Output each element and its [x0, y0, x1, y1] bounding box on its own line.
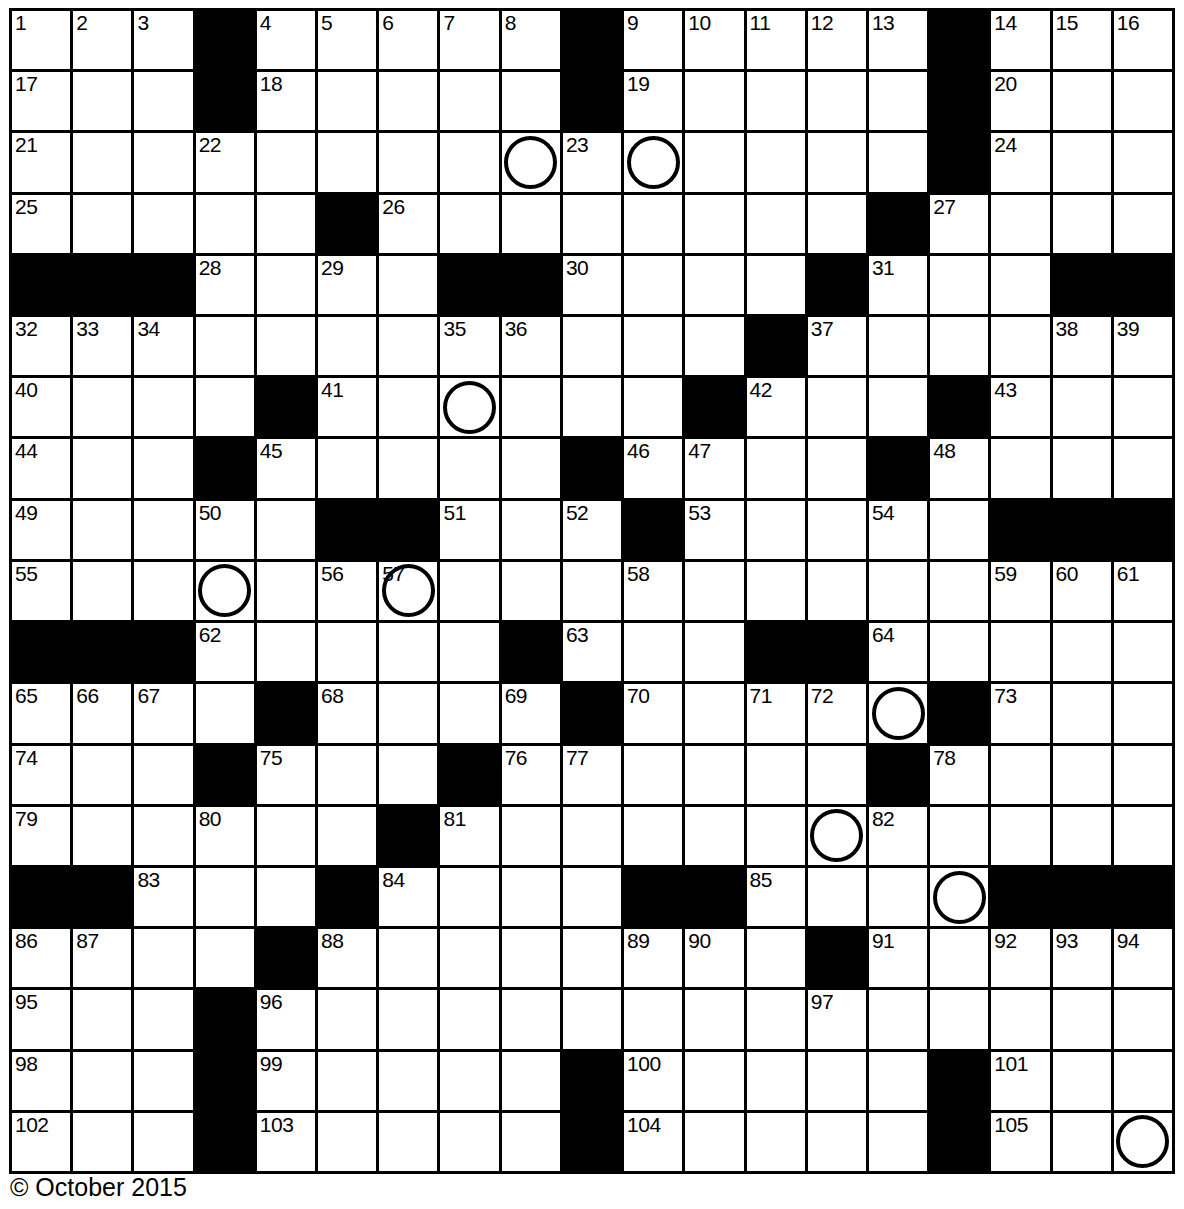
cell-r19-c17[interactable]: 105: [991, 1113, 1049, 1171]
cell-r19-c2[interactable]: [73, 1113, 131, 1171]
cell-r18-c17[interactable]: 101: [991, 1052, 1049, 1110]
cell-r17-c16[interactable]: [930, 990, 988, 1048]
cell-r16-c6[interactable]: 88: [318, 929, 376, 987]
cell-r12-c9[interactable]: 69: [502, 684, 560, 742]
cell-r19-c9[interactable]: [502, 1113, 560, 1171]
cell-r7-c11[interactable]: [624, 378, 682, 436]
cell-r9-c9[interactable]: [502, 501, 560, 559]
cell-r2-c11[interactable]: 19: [624, 72, 682, 130]
cell-r16-c7[interactable]: [379, 929, 437, 987]
cell-r7-c8[interactable]: [440, 378, 498, 436]
cell-r3-c2[interactable]: [73, 133, 131, 191]
cell-r14-c13[interactable]: [747, 807, 805, 865]
cell-r10-c18[interactable]: 60: [1053, 562, 1111, 620]
cell-r16-c11[interactable]: 89: [624, 929, 682, 987]
cell-r1-c19[interactable]: 16: [1114, 11, 1172, 69]
cell-r1-c1[interactable]: 1: [12, 11, 70, 69]
cell-r4-c7[interactable]: 26: [379, 195, 437, 253]
cell-r15-c14[interactable]: [808, 868, 866, 926]
cell-r15-c8[interactable]: [440, 868, 498, 926]
cell-r16-c15[interactable]: 91: [869, 929, 927, 987]
cell-r16-c13[interactable]: [747, 929, 805, 987]
cell-r16-c4[interactable]: [196, 929, 254, 987]
cell-r4-c16[interactable]: 27: [930, 195, 988, 253]
cell-r1-c7[interactable]: 6: [379, 11, 437, 69]
cell-r9-c5[interactable]: [257, 501, 315, 559]
cell-r1-c11[interactable]: 9: [624, 11, 682, 69]
cell-r10-c2[interactable]: [73, 562, 131, 620]
cell-r3-c18[interactable]: [1053, 133, 1111, 191]
cell-r18-c14[interactable]: [808, 1052, 866, 1110]
cell-r5-c16[interactable]: [930, 256, 988, 314]
cell-r11-c19[interactable]: [1114, 623, 1172, 681]
cell-r1-c17[interactable]: 14: [991, 11, 1049, 69]
cell-r6-c16[interactable]: [930, 317, 988, 375]
cell-r18-c3[interactable]: [134, 1052, 192, 1110]
cell-r12-c13[interactable]: 71: [747, 684, 805, 742]
cell-r3-c19[interactable]: [1114, 133, 1172, 191]
cell-r7-c14[interactable]: [808, 378, 866, 436]
cell-r10-c13[interactable]: [747, 562, 805, 620]
cell-r7-c10[interactable]: [563, 378, 621, 436]
cell-r14-c17[interactable]: [991, 807, 1049, 865]
cell-r13-c12[interactable]: [685, 746, 743, 804]
cell-r3-c7[interactable]: [379, 133, 437, 191]
cell-r16-c2[interactable]: 87: [73, 929, 131, 987]
cell-r18-c18[interactable]: [1053, 1052, 1111, 1110]
cell-r10-c16[interactable]: [930, 562, 988, 620]
cell-r19-c6[interactable]: [318, 1113, 376, 1171]
cell-r6-c19[interactable]: 39: [1114, 317, 1172, 375]
cell-r18-c13[interactable]: [747, 1052, 805, 1110]
cell-r17-c19[interactable]: [1114, 990, 1172, 1048]
cell-r3-c12[interactable]: [685, 133, 743, 191]
cell-r10-c4[interactable]: [196, 562, 254, 620]
cell-r2-c12[interactable]: [685, 72, 743, 130]
cell-r16-c10[interactable]: [563, 929, 621, 987]
cell-r17-c7[interactable]: [379, 990, 437, 1048]
cell-r10-c5[interactable]: [257, 562, 315, 620]
cell-r11-c12[interactable]: [685, 623, 743, 681]
cell-r12-c17[interactable]: 73: [991, 684, 1049, 742]
cell-r13-c5[interactable]: 75: [257, 746, 315, 804]
cell-r13-c19[interactable]: [1114, 746, 1172, 804]
cell-r3-c15[interactable]: [869, 133, 927, 191]
cell-r19-c15[interactable]: [869, 1113, 927, 1171]
cell-r10-c8[interactable]: [440, 562, 498, 620]
cell-r2-c5[interactable]: 18: [257, 72, 315, 130]
cell-r11-c8[interactable]: [440, 623, 498, 681]
cell-r17-c17[interactable]: [991, 990, 1049, 1048]
cell-r11-c7[interactable]: [379, 623, 437, 681]
cell-r14-c2[interactable]: [73, 807, 131, 865]
cell-r18-c11[interactable]: 100: [624, 1052, 682, 1110]
cell-r1-c5[interactable]: 4: [257, 11, 315, 69]
cell-r6-c3[interactable]: 34: [134, 317, 192, 375]
cell-r3-c1[interactable]: 21: [12, 133, 70, 191]
cell-r13-c7[interactable]: [379, 746, 437, 804]
cell-r16-c1[interactable]: 86: [12, 929, 70, 987]
cell-r11-c5[interactable]: [257, 623, 315, 681]
cell-r3-c10[interactable]: 23: [563, 133, 621, 191]
cell-r17-c5[interactable]: 96: [257, 990, 315, 1048]
cell-r16-c3[interactable]: [134, 929, 192, 987]
cell-r13-c14[interactable]: [808, 746, 866, 804]
cell-r12-c14[interactable]: 72: [808, 684, 866, 742]
cell-r17-c6[interactable]: [318, 990, 376, 1048]
cell-r19-c12[interactable]: [685, 1113, 743, 1171]
cell-r2-c15[interactable]: [869, 72, 927, 130]
cell-r1-c15[interactable]: 13: [869, 11, 927, 69]
cell-r16-c16[interactable]: [930, 929, 988, 987]
cell-r4-c2[interactable]: [73, 195, 131, 253]
cell-r9-c14[interactable]: [808, 501, 866, 559]
cell-r14-c4[interactable]: 80: [196, 807, 254, 865]
cell-r3-c17[interactable]: 24: [991, 133, 1049, 191]
cell-r10-c9[interactable]: [502, 562, 560, 620]
cell-r4-c8[interactable]: [440, 195, 498, 253]
cell-r14-c3[interactable]: [134, 807, 192, 865]
cell-r7-c18[interactable]: [1053, 378, 1111, 436]
cell-r14-c1[interactable]: 79: [12, 807, 70, 865]
cell-r5-c7[interactable]: [379, 256, 437, 314]
cell-r2-c17[interactable]: 20: [991, 72, 1049, 130]
cell-r10-c10[interactable]: [563, 562, 621, 620]
cell-r12-c18[interactable]: [1053, 684, 1111, 742]
cell-r9-c1[interactable]: 49: [12, 501, 70, 559]
cell-r4-c19[interactable]: [1114, 195, 1172, 253]
cell-r16-c8[interactable]: [440, 929, 498, 987]
cell-r10-c6[interactable]: 56: [318, 562, 376, 620]
cell-r13-c13[interactable]: [747, 746, 805, 804]
cell-r2-c19[interactable]: [1114, 72, 1172, 130]
cell-r8-c16[interactable]: 48: [930, 439, 988, 497]
cell-r13-c18[interactable]: [1053, 746, 1111, 804]
cell-r3-c5[interactable]: [257, 133, 315, 191]
cell-r12-c1[interactable]: 65: [12, 684, 70, 742]
cell-r16-c12[interactable]: 90: [685, 929, 743, 987]
cell-r11-c11[interactable]: [624, 623, 682, 681]
cell-r5-c6[interactable]: 29: [318, 256, 376, 314]
cell-r6-c5[interactable]: [257, 317, 315, 375]
cell-r8-c14[interactable]: [808, 439, 866, 497]
cell-r7-c2[interactable]: [73, 378, 131, 436]
cell-r13-c3[interactable]: [134, 746, 192, 804]
cell-r11-c10[interactable]: 63: [563, 623, 621, 681]
cell-r10-c19[interactable]: 61: [1114, 562, 1172, 620]
cell-r5-c13[interactable]: [747, 256, 805, 314]
cell-r8-c13[interactable]: [747, 439, 805, 497]
cell-r15-c9[interactable]: [502, 868, 560, 926]
cell-r4-c12[interactable]: [685, 195, 743, 253]
cell-r19-c18[interactable]: [1053, 1113, 1111, 1171]
cell-r5-c17[interactable]: [991, 256, 1049, 314]
cell-r15-c16[interactable]: [930, 868, 988, 926]
cell-r13-c6[interactable]: [318, 746, 376, 804]
cell-r7-c9[interactable]: [502, 378, 560, 436]
cell-r17-c8[interactable]: [440, 990, 498, 1048]
cell-r11-c16[interactable]: [930, 623, 988, 681]
cell-r10-c17[interactable]: 59: [991, 562, 1049, 620]
cell-r4-c3[interactable]: [134, 195, 192, 253]
cell-r9-c13[interactable]: [747, 501, 805, 559]
cell-r7-c1[interactable]: 40: [12, 378, 70, 436]
cell-r6-c14[interactable]: 37: [808, 317, 866, 375]
cell-r18-c15[interactable]: [869, 1052, 927, 1110]
cell-r7-c13[interactable]: 42: [747, 378, 805, 436]
cell-r19-c1[interactable]: 102: [12, 1113, 70, 1171]
cell-r11-c6[interactable]: [318, 623, 376, 681]
cell-r14-c16[interactable]: [930, 807, 988, 865]
cell-r8-c7[interactable]: [379, 439, 437, 497]
cell-r19-c8[interactable]: [440, 1113, 498, 1171]
cell-r4-c14[interactable]: [808, 195, 866, 253]
cell-r17-c12[interactable]: [685, 990, 743, 1048]
cell-r13-c17[interactable]: [991, 746, 1049, 804]
cell-r2-c7[interactable]: [379, 72, 437, 130]
cell-r8-c5[interactable]: 45: [257, 439, 315, 497]
cell-r4-c17[interactable]: [991, 195, 1049, 253]
cell-r9-c15[interactable]: 54: [869, 501, 927, 559]
cell-r3-c3[interactable]: [134, 133, 192, 191]
cell-r7-c4[interactable]: [196, 378, 254, 436]
cell-r4-c9[interactable]: [502, 195, 560, 253]
cell-r9-c2[interactable]: [73, 501, 131, 559]
cell-r9-c8[interactable]: 51: [440, 501, 498, 559]
cell-r6-c6[interactable]: [318, 317, 376, 375]
cell-r7-c19[interactable]: [1114, 378, 1172, 436]
cell-r13-c10[interactable]: 77: [563, 746, 621, 804]
cell-r17-c2[interactable]: [73, 990, 131, 1048]
cell-r4-c1[interactable]: 25: [12, 195, 70, 253]
cell-r17-c13[interactable]: [747, 990, 805, 1048]
cell-r18-c9[interactable]: [502, 1052, 560, 1110]
cell-r13-c2[interactable]: [73, 746, 131, 804]
cell-r8-c9[interactable]: [502, 439, 560, 497]
cell-r1-c14[interactable]: 12: [808, 11, 866, 69]
cell-r2-c14[interactable]: [808, 72, 866, 130]
cell-r18-c6[interactable]: [318, 1052, 376, 1110]
cell-r4-c5[interactable]: [257, 195, 315, 253]
cell-r14-c6[interactable]: [318, 807, 376, 865]
cell-r6-c4[interactable]: [196, 317, 254, 375]
cell-r12-c8[interactable]: [440, 684, 498, 742]
cell-r5-c5[interactable]: [257, 256, 315, 314]
cell-r14-c5[interactable]: [257, 807, 315, 865]
cell-r3-c4[interactable]: 22: [196, 133, 254, 191]
cell-r12-c6[interactable]: 68: [318, 684, 376, 742]
cell-r17-c11[interactable]: [624, 990, 682, 1048]
cell-r7-c3[interactable]: [134, 378, 192, 436]
cell-r14-c8[interactable]: 81: [440, 807, 498, 865]
cell-r8-c17[interactable]: [991, 439, 1049, 497]
cell-r10-c11[interactable]: 58: [624, 562, 682, 620]
cell-r7-c6[interactable]: 41: [318, 378, 376, 436]
cell-r14-c9[interactable]: [502, 807, 560, 865]
cell-r8-c12[interactable]: 47: [685, 439, 743, 497]
cell-r6-c15[interactable]: [869, 317, 927, 375]
cell-r10-c15[interactable]: [869, 562, 927, 620]
cell-r6-c2[interactable]: 33: [73, 317, 131, 375]
cell-r14-c18[interactable]: [1053, 807, 1111, 865]
cell-r5-c10[interactable]: 30: [563, 256, 621, 314]
cell-r4-c13[interactable]: [747, 195, 805, 253]
cell-r10-c1[interactable]: 55: [12, 562, 70, 620]
cell-r2-c1[interactable]: 17: [12, 72, 70, 130]
cell-r12-c12[interactable]: [685, 684, 743, 742]
cell-r1-c6[interactable]: 5: [318, 11, 376, 69]
cell-r16-c9[interactable]: [502, 929, 560, 987]
cell-r8-c11[interactable]: 46: [624, 439, 682, 497]
cell-r6-c17[interactable]: [991, 317, 1049, 375]
cell-r14-c10[interactable]: [563, 807, 621, 865]
cell-r7-c7[interactable]: [379, 378, 437, 436]
cell-r6-c9[interactable]: 36: [502, 317, 560, 375]
cell-r19-c19[interactable]: [1114, 1113, 1172, 1171]
cell-r17-c18[interactable]: [1053, 990, 1111, 1048]
cell-r9-c12[interactable]: 53: [685, 501, 743, 559]
cell-r2-c3[interactable]: [134, 72, 192, 130]
cell-r10-c14[interactable]: [808, 562, 866, 620]
cell-r10-c7[interactable]: 57: [379, 562, 437, 620]
cell-r3-c13[interactable]: [747, 133, 805, 191]
cell-r15-c3[interactable]: 83: [134, 868, 192, 926]
cell-r12-c19[interactable]: [1114, 684, 1172, 742]
cell-r11-c18[interactable]: [1053, 623, 1111, 681]
cell-r9-c10[interactable]: 52: [563, 501, 621, 559]
cell-r1-c3[interactable]: 3: [134, 11, 192, 69]
cell-r8-c2[interactable]: [73, 439, 131, 497]
cell-r15-c7[interactable]: 84: [379, 868, 437, 926]
cell-r6-c12[interactable]: [685, 317, 743, 375]
cell-r5-c12[interactable]: [685, 256, 743, 314]
cell-r18-c12[interactable]: [685, 1052, 743, 1110]
cell-r5-c4[interactable]: 28: [196, 256, 254, 314]
cell-r4-c11[interactable]: [624, 195, 682, 253]
cell-r19-c14[interactable]: [808, 1113, 866, 1171]
cell-r3-c9[interactable]: [502, 133, 560, 191]
cell-r10-c12[interactable]: [685, 562, 743, 620]
cell-r3-c14[interactable]: [808, 133, 866, 191]
cell-r12-c15[interactable]: [869, 684, 927, 742]
cell-r15-c13[interactable]: 85: [747, 868, 805, 926]
cell-r5-c15[interactable]: 31: [869, 256, 927, 314]
cell-r3-c6[interactable]: [318, 133, 376, 191]
cell-r17-c3[interactable]: [134, 990, 192, 1048]
cell-r14-c12[interactable]: [685, 807, 743, 865]
cell-r6-c8[interactable]: 35: [440, 317, 498, 375]
cell-r18-c8[interactable]: [440, 1052, 498, 1110]
cell-r13-c9[interactable]: 76: [502, 746, 560, 804]
cell-r18-c7[interactable]: [379, 1052, 437, 1110]
cell-r2-c13[interactable]: [747, 72, 805, 130]
cell-r1-c12[interactable]: 10: [685, 11, 743, 69]
cell-r14-c14[interactable]: [808, 807, 866, 865]
cell-r6-c7[interactable]: [379, 317, 437, 375]
cell-r2-c9[interactable]: [502, 72, 560, 130]
cell-r9-c4[interactable]: 50: [196, 501, 254, 559]
cell-r15-c15[interactable]: [869, 868, 927, 926]
cell-r17-c15[interactable]: [869, 990, 927, 1048]
cell-r6-c11[interactable]: [624, 317, 682, 375]
cell-r14-c11[interactable]: [624, 807, 682, 865]
cell-r8-c6[interactable]: [318, 439, 376, 497]
cell-r4-c4[interactable]: [196, 195, 254, 253]
cell-r1-c18[interactable]: 15: [1053, 11, 1111, 69]
cell-r6-c10[interactable]: [563, 317, 621, 375]
cell-r17-c9[interactable]: [502, 990, 560, 1048]
cell-r1-c8[interactable]: 7: [440, 11, 498, 69]
cell-r17-c10[interactable]: [563, 990, 621, 1048]
cell-r2-c2[interactable]: [73, 72, 131, 130]
cell-r16-c17[interactable]: 92: [991, 929, 1049, 987]
cell-r1-c9[interactable]: 8: [502, 11, 560, 69]
cell-r8-c3[interactable]: [134, 439, 192, 497]
cell-r13-c16[interactable]: 78: [930, 746, 988, 804]
cell-r8-c1[interactable]: 44: [12, 439, 70, 497]
cell-r16-c18[interactable]: 93: [1053, 929, 1111, 987]
cell-r17-c1[interactable]: 95: [12, 990, 70, 1048]
cell-r7-c17[interactable]: 43: [991, 378, 1049, 436]
cell-r12-c11[interactable]: 70: [624, 684, 682, 742]
cell-r14-c15[interactable]: 82: [869, 807, 927, 865]
cell-r11-c15[interactable]: 64: [869, 623, 927, 681]
cell-r3-c8[interactable]: [440, 133, 498, 191]
cell-r8-c8[interactable]: [440, 439, 498, 497]
cell-r10-c3[interactable]: [134, 562, 192, 620]
cell-r19-c7[interactable]: [379, 1113, 437, 1171]
cell-r19-c13[interactable]: [747, 1113, 805, 1171]
cell-r4-c10[interactable]: [563, 195, 621, 253]
cell-r15-c4[interactable]: [196, 868, 254, 926]
cell-r18-c1[interactable]: 98: [12, 1052, 70, 1110]
cell-r17-c14[interactable]: 97: [808, 990, 866, 1048]
cell-r12-c4[interactable]: [196, 684, 254, 742]
cell-r8-c19[interactable]: [1114, 439, 1172, 497]
cell-r18-c2[interactable]: [73, 1052, 131, 1110]
cell-r19-c11[interactable]: 104: [624, 1113, 682, 1171]
cell-r8-c18[interactable]: [1053, 439, 1111, 497]
cell-r15-c10[interactable]: [563, 868, 621, 926]
cell-r5-c11[interactable]: [624, 256, 682, 314]
cell-r18-c19[interactable]: [1114, 1052, 1172, 1110]
cell-r14-c19[interactable]: [1114, 807, 1172, 865]
cell-r11-c4[interactable]: 62: [196, 623, 254, 681]
cell-r1-c13[interactable]: 11: [747, 11, 805, 69]
cell-r4-c18[interactable]: [1053, 195, 1111, 253]
cell-r19-c3[interactable]: [134, 1113, 192, 1171]
cell-r19-c5[interactable]: 103: [257, 1113, 315, 1171]
cell-r12-c3[interactable]: 67: [134, 684, 192, 742]
cell-r1-c2[interactable]: 2: [73, 11, 131, 69]
cell-r2-c6[interactable]: [318, 72, 376, 130]
cell-r2-c18[interactable]: [1053, 72, 1111, 130]
cell-r6-c1[interactable]: 32: [12, 317, 70, 375]
cell-r18-c5[interactable]: 99: [257, 1052, 315, 1110]
cell-r13-c1[interactable]: 74: [12, 746, 70, 804]
cell-r3-c11[interactable]: [624, 133, 682, 191]
cell-r6-c18[interactable]: 38: [1053, 317, 1111, 375]
cell-r15-c5[interactable]: [257, 868, 315, 926]
cell-r11-c17[interactable]: [991, 623, 1049, 681]
cell-r9-c3[interactable]: [134, 501, 192, 559]
cell-r9-c16[interactable]: [930, 501, 988, 559]
cell-r12-c2[interactable]: 66: [73, 684, 131, 742]
cell-r12-c7[interactable]: [379, 684, 437, 742]
cell-r7-c15[interactable]: [869, 378, 927, 436]
cell-r2-c8[interactable]: [440, 72, 498, 130]
cell-r16-c19[interactable]: 94: [1114, 929, 1172, 987]
